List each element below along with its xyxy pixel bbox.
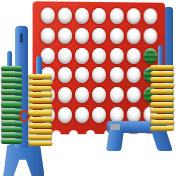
yellow-ring <box>28 74 52 79</box>
board-cell <box>56 65 73 85</box>
green-ring <box>1 102 22 107</box>
board-cell <box>91 105 108 125</box>
connect-four-board <box>33 1 166 134</box>
bottom-notch <box>52 130 61 139</box>
board-cell <box>91 65 108 85</box>
board-hole <box>58 87 72 103</box>
board-hole <box>110 8 124 24</box>
board-cell <box>108 6 125 26</box>
board-cell <box>56 105 73 125</box>
board-cell <box>108 66 125 86</box>
yellow-ring <box>28 135 52 140</box>
board-cell <box>91 26 108 46</box>
leg-sticker <box>110 124 120 130</box>
board-hole <box>58 107 72 123</box>
board-cell <box>74 105 91 125</box>
board-hole <box>75 8 89 24</box>
board-cell <box>91 85 108 105</box>
board-hole <box>58 27 72 43</box>
board-cell <box>142 46 159 66</box>
board-hole <box>127 28 141 44</box>
right-leg-front <box>106 130 124 151</box>
board-hole <box>93 8 107 24</box>
board-hole <box>93 87 107 103</box>
board-cell <box>74 26 91 46</box>
board-cell <box>142 6 159 26</box>
right-leg-back <box>151 130 173 151</box>
board-cell <box>74 46 91 66</box>
board-cell <box>56 46 73 66</box>
board-hole <box>144 28 158 44</box>
yellow-ring <box>28 86 52 91</box>
yellow-ring <box>29 104 53 109</box>
board-cell <box>125 26 142 46</box>
green-ring <box>2 84 23 89</box>
board-hole <box>58 8 72 24</box>
yellow-ring <box>28 110 52 115</box>
yellow-ring <box>151 95 175 100</box>
board-cell <box>108 46 125 66</box>
board-hole <box>110 28 124 44</box>
board-hole <box>127 67 141 83</box>
green-ring <box>1 127 22 132</box>
green-ring <box>2 133 23 138</box>
yellow-ring <box>29 129 53 134</box>
board-cell <box>74 85 91 105</box>
ring-stack-left-green <box>1 66 22 144</box>
green-ring <box>2 121 23 126</box>
board-cell <box>91 6 108 26</box>
post-slot <box>20 33 23 43</box>
board-cell <box>39 5 56 25</box>
yellow-ring <box>150 65 174 70</box>
yellow-ring <box>29 80 53 85</box>
yellow-ring <box>28 98 52 103</box>
board-hole <box>93 28 107 44</box>
board-hole <box>75 28 89 44</box>
green-ring <box>2 72 23 77</box>
board-hole <box>110 67 124 83</box>
giant-connect-four-photo <box>0 0 181 180</box>
green-ring <box>1 90 22 95</box>
ring-peg-right-yellow <box>158 45 163 67</box>
board-hole <box>93 67 107 83</box>
yellow-ring <box>150 77 174 82</box>
board-cell <box>125 85 142 105</box>
board-hole <box>58 47 72 63</box>
board-hole <box>75 48 89 64</box>
yellow-ring <box>150 89 174 94</box>
yellow-ring <box>150 102 174 107</box>
ring-stack-right-yellow <box>150 65 174 131</box>
board-hole <box>110 48 124 64</box>
board-cell <box>108 26 125 46</box>
yellow-ring <box>150 126 174 131</box>
ring-peg-left-yellow <box>36 56 42 76</box>
board-cell <box>74 65 91 85</box>
board-cell <box>56 85 73 105</box>
bottom-notch <box>86 130 95 139</box>
yellow-ring <box>151 71 175 76</box>
yellow-ring <box>29 92 53 97</box>
bottom-notch <box>69 130 78 139</box>
board-cell <box>56 26 73 46</box>
green-ring <box>1 78 22 83</box>
board-cell <box>74 6 91 26</box>
green-ring <box>2 96 23 101</box>
board-cell <box>56 6 73 26</box>
green-ring <box>1 66 22 71</box>
board-cell <box>39 25 56 45</box>
board-cell <box>142 26 159 46</box>
yellow-ring <box>151 120 175 125</box>
yellow-ring <box>151 83 175 88</box>
board-hole <box>40 27 54 43</box>
board-cell <box>108 85 125 105</box>
board-hole <box>127 48 141 64</box>
yellow-ring <box>29 141 53 146</box>
yellow-ring <box>151 108 175 113</box>
yellow-ring <box>150 114 174 119</box>
green-ring <box>1 139 22 144</box>
board-hole <box>144 8 158 24</box>
board-hole <box>40 47 54 63</box>
board-hole <box>75 107 89 123</box>
board-cell <box>91 46 108 66</box>
board-hole <box>110 87 124 103</box>
board-cell <box>125 46 142 66</box>
board-hole <box>40 7 54 23</box>
board-hole <box>93 48 107 64</box>
ring-stack-left-yellow <box>28 74 52 146</box>
board-hole <box>75 67 89 83</box>
board-hole <box>75 87 89 103</box>
board-hole <box>127 8 141 24</box>
board-hole <box>127 87 141 103</box>
yellow-ring <box>28 123 52 128</box>
board-hole-green-backdrop <box>144 48 158 64</box>
yellow-ring <box>29 117 53 122</box>
board-grid <box>39 5 160 125</box>
board-cell <box>125 66 142 86</box>
board-hole <box>58 67 72 83</box>
board-hole <box>93 107 107 123</box>
board-cell <box>125 6 142 26</box>
